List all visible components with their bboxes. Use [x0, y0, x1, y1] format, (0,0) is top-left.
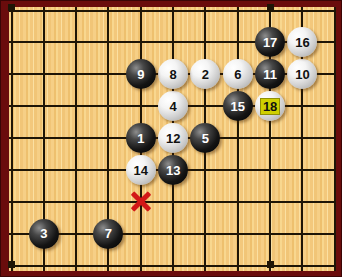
grid-hline: [9, 10, 336, 12]
move-number: 15: [231, 100, 245, 113]
wrong-move-x-marker: [128, 189, 154, 215]
stone-black-17: 17: [255, 27, 285, 57]
move-number: 12: [166, 132, 180, 145]
hoshi-point: [267, 4, 274, 11]
stone-black-5: 5: [190, 123, 220, 153]
stone-white-18: 18: [255, 91, 285, 121]
stone-white-16: 16: [287, 27, 317, 57]
stone-white-4: 4: [158, 91, 188, 121]
move-number: 1: [137, 132, 144, 145]
grid-hline: [9, 265, 336, 267]
stone-white-10: 10: [287, 59, 317, 89]
move-number: 17: [263, 36, 277, 49]
move-number: 13: [166, 164, 180, 177]
hoshi-point: [8, 4, 15, 11]
stone-black-13: 13: [158, 155, 188, 185]
stone-white-12: 12: [158, 123, 188, 153]
stone-black-3: 3: [29, 219, 59, 249]
move-number: 3: [40, 227, 47, 240]
hoshi-point: [8, 261, 15, 268]
move-number: 14: [134, 164, 148, 177]
move-number: 6: [234, 68, 241, 81]
hoshi-point: [267, 261, 274, 268]
move-number: 9: [137, 68, 144, 81]
stone-black-7: 7: [93, 219, 123, 249]
stone-black-15: 15: [223, 91, 253, 121]
stone-black-11: 11: [255, 59, 285, 89]
go-board[interactable]: 123456789101112131415161718: [9, 7, 336, 271]
move-number: 8: [170, 68, 177, 81]
stone-white-2: 2: [190, 59, 220, 89]
stone-black-1: 1: [126, 123, 156, 153]
move-number: 10: [295, 68, 309, 81]
move-number: 5: [202, 132, 209, 145]
last-move-number-highlight: 18: [260, 98, 280, 115]
move-number: 2: [202, 68, 209, 81]
go-diagram-frame: 123456789101112131415161718: [0, 0, 342, 277]
stone-white-8: 8: [158, 59, 188, 89]
move-number: 7: [105, 227, 112, 240]
stone-white-14: 14: [126, 155, 156, 185]
move-number: 16: [295, 36, 309, 49]
move-number: 11: [263, 68, 277, 81]
stone-black-9: 9: [126, 59, 156, 89]
move-number: 4: [170, 100, 177, 113]
grid-hline: [9, 201, 336, 203]
stone-white-6: 6: [223, 59, 253, 89]
